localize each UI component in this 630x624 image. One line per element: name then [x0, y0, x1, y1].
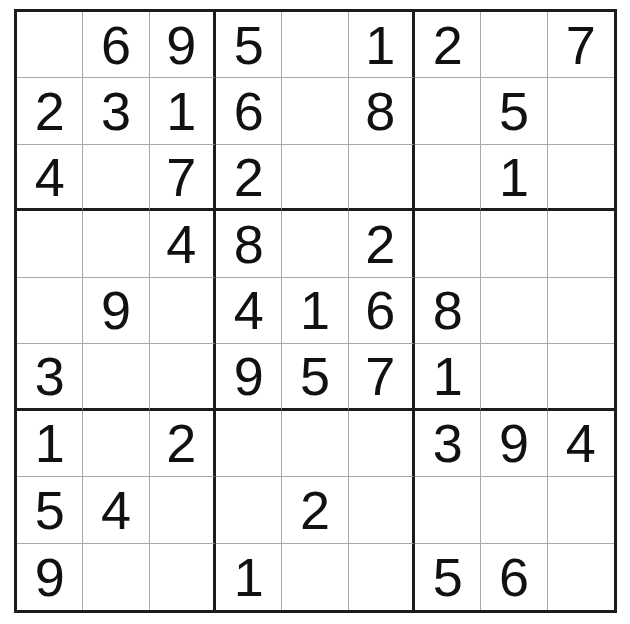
cell-r9c6[interactable]	[349, 544, 415, 610]
cell-r6c2[interactable]	[83, 344, 149, 410]
cell-r6c8[interactable]	[481, 344, 547, 410]
cell-r5c5[interactable]: 1	[282, 278, 348, 344]
cell-r3c7[interactable]	[415, 145, 481, 211]
cell-r3c6[interactable]	[349, 145, 415, 211]
cell-r2c2[interactable]: 3	[83, 78, 149, 144]
cell-r5c4[interactable]: 4	[216, 278, 282, 344]
cell-r4c8[interactable]	[481, 211, 547, 277]
cell-r3c4[interactable]: 2	[216, 145, 282, 211]
cell-r6c3[interactable]	[150, 344, 216, 410]
cell-r7c8[interactable]: 9	[481, 411, 547, 477]
cell-r5c1[interactable]	[17, 278, 83, 344]
cell-r5c9[interactable]	[548, 278, 614, 344]
cell-r9c9[interactable]	[548, 544, 614, 610]
cell-r2c4[interactable]: 6	[216, 78, 282, 144]
cell-r6c5[interactable]: 5	[282, 344, 348, 410]
cell-r4c6[interactable]: 2	[349, 211, 415, 277]
cell-r4c1[interactable]	[17, 211, 83, 277]
cell-r8c2[interactable]: 4	[83, 477, 149, 543]
cell-r6c4[interactable]: 9	[216, 344, 282, 410]
cell-r8c1[interactable]: 5	[17, 477, 83, 543]
cell-r1c7[interactable]: 2	[415, 12, 481, 78]
cell-r7c1[interactable]: 1	[17, 411, 83, 477]
cell-r6c7[interactable]: 1	[415, 344, 481, 410]
cell-r1c3[interactable]: 9	[150, 12, 216, 78]
cell-r2c9[interactable]	[548, 78, 614, 144]
cell-r4c7[interactable]	[415, 211, 481, 277]
cell-r7c6[interactable]	[349, 411, 415, 477]
cell-r2c8[interactable]: 5	[481, 78, 547, 144]
cell-r6c9[interactable]	[548, 344, 614, 410]
cell-r8c3[interactable]	[150, 477, 216, 543]
cell-r1c8[interactable]	[481, 12, 547, 78]
cell-r7c7[interactable]: 3	[415, 411, 481, 477]
cell-r3c9[interactable]	[548, 145, 614, 211]
cell-r2c1[interactable]: 2	[17, 78, 83, 144]
cell-r9c4[interactable]: 1	[216, 544, 282, 610]
cell-r8c7[interactable]	[415, 477, 481, 543]
cell-r7c9[interactable]: 4	[548, 411, 614, 477]
cell-r1c2[interactable]: 6	[83, 12, 149, 78]
cell-r7c2[interactable]	[83, 411, 149, 477]
cell-r3c3[interactable]: 7	[150, 145, 216, 211]
cell-r4c3[interactable]: 4	[150, 211, 216, 277]
cell-r4c4[interactable]: 8	[216, 211, 282, 277]
cell-r9c5[interactable]	[282, 544, 348, 610]
cell-r5c6[interactable]: 6	[349, 278, 415, 344]
cell-r8c9[interactable]	[548, 477, 614, 543]
cell-r2c7[interactable]	[415, 78, 481, 144]
cell-r1c1[interactable]	[17, 12, 83, 78]
cell-r5c2[interactable]: 9	[83, 278, 149, 344]
sudoku-board: 6951272316854721482941683957112394542915…	[14, 9, 617, 613]
cell-r9c7[interactable]: 5	[415, 544, 481, 610]
cell-r1c5[interactable]	[282, 12, 348, 78]
cell-r7c5[interactable]	[282, 411, 348, 477]
cell-r5c8[interactable]	[481, 278, 547, 344]
cell-r8c8[interactable]	[481, 477, 547, 543]
cell-r7c3[interactable]: 2	[150, 411, 216, 477]
cell-r4c9[interactable]	[548, 211, 614, 277]
cell-r5c7[interactable]: 8	[415, 278, 481, 344]
cell-r1c6[interactable]: 1	[349, 12, 415, 78]
cell-r4c5[interactable]	[282, 211, 348, 277]
cell-r8c5[interactable]: 2	[282, 477, 348, 543]
cell-r2c3[interactable]: 1	[150, 78, 216, 144]
cell-r8c4[interactable]	[216, 477, 282, 543]
cell-r3c1[interactable]: 4	[17, 145, 83, 211]
cell-r8c6[interactable]	[349, 477, 415, 543]
cell-r1c4[interactable]: 5	[216, 12, 282, 78]
cell-r1c9[interactable]: 7	[548, 12, 614, 78]
cell-r5c3[interactable]	[150, 278, 216, 344]
cell-r3c2[interactable]	[83, 145, 149, 211]
cell-r3c8[interactable]: 1	[481, 145, 547, 211]
cell-r2c6[interactable]: 8	[349, 78, 415, 144]
cell-r6c6[interactable]: 7	[349, 344, 415, 410]
cell-r7c4[interactable]	[216, 411, 282, 477]
cell-r9c8[interactable]: 6	[481, 544, 547, 610]
cell-r9c2[interactable]	[83, 544, 149, 610]
cell-r9c1[interactable]: 9	[17, 544, 83, 610]
cell-r2c5[interactable]	[282, 78, 348, 144]
cell-r6c1[interactable]: 3	[17, 344, 83, 410]
cell-r9c3[interactable]	[150, 544, 216, 610]
cell-r4c2[interactable]	[83, 211, 149, 277]
cell-r3c5[interactable]	[282, 145, 348, 211]
